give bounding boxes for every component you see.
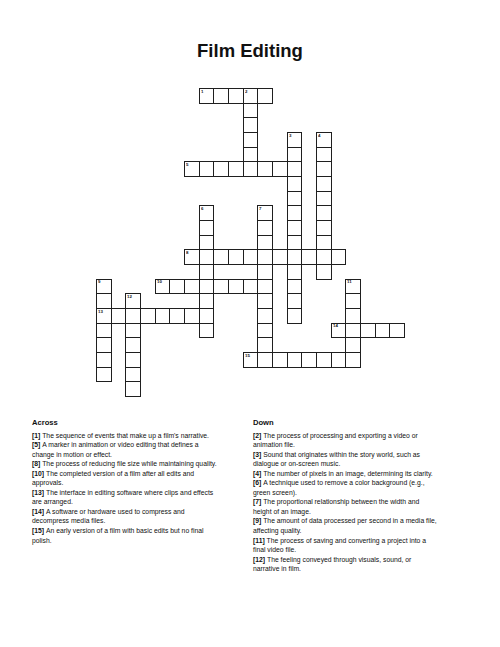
cell-r13c17[interactable]: 11: [345, 279, 361, 295]
cell-r11c16[interactable]: [331, 249, 347, 265]
across-header: Across: [32, 419, 253, 427]
cell-r13c5[interactable]: [169, 279, 185, 295]
clue-number: [9]: [253, 517, 263, 524]
cell-r19c0[interactable]: [96, 367, 112, 383]
cell-r13c9[interactable]: [228, 279, 244, 295]
cell-r0c10[interactable]: 2: [243, 88, 259, 104]
cell-r15c6[interactable]: [184, 308, 200, 324]
cell-r14c2[interactable]: 12: [125, 293, 141, 309]
cell-number-2: 2: [245, 90, 247, 94]
clue-text: The feeling conveyed through visuals, so…: [253, 556, 411, 573]
clue-across-13: [13] The interface in editing software w…: [32, 488, 253, 507]
clue-number: [13]: [32, 489, 46, 496]
cell-r9c13[interactable]: [287, 220, 303, 236]
cell-r2c10[interactable]: [243, 117, 259, 133]
clue-number: [14]: [32, 508, 46, 515]
cell-r18c16[interactable]: [331, 352, 347, 368]
cell-r14c0[interactable]: [96, 293, 112, 309]
cell-r13c7[interactable]: [199, 279, 215, 295]
cell-r17c0[interactable]: [96, 337, 112, 353]
clue-text: An early version of a film with basic ed…: [32, 527, 204, 544]
cell-r13c6[interactable]: [184, 279, 200, 295]
cell-r18c15[interactable]: [316, 352, 332, 368]
clue-across-14: [14] A software or hardware used to comp…: [32, 507, 253, 526]
cell-r18c10[interactable]: 15: [243, 352, 259, 368]
cell-r5c12[interactable]: [272, 161, 288, 177]
cell-number-9: 9: [98, 280, 100, 284]
cell-r16c11[interactable]: [257, 323, 273, 339]
cell-r8c11[interactable]: 7: [257, 205, 273, 221]
down-clue-list: [2] The process of processing and export…: [253, 431, 474, 574]
clue-number: [3]: [253, 451, 263, 458]
down-clues-column: Down [2] The process of processing and e…: [253, 419, 474, 574]
cell-r9c11[interactable]: [257, 220, 273, 236]
clue-text: A marker in animation or video editing t…: [32, 441, 199, 458]
cell-r13c11[interactable]: [257, 279, 273, 295]
clue-text: The proportional relationship between th…: [253, 498, 419, 515]
cell-r18c14[interactable]: [301, 352, 317, 368]
cell-r11c15[interactable]: [316, 249, 332, 265]
cell-r15c0[interactable]: 13: [96, 308, 112, 324]
cell-r11c7[interactable]: [199, 249, 215, 265]
clue-across-8: [8] The process of reducing file size wh…: [32, 459, 253, 469]
clue-across-15: [15] An early version of a film with bas…: [32, 526, 253, 545]
cell-r8c13[interactable]: [287, 205, 303, 221]
cell-number-14: 14: [333, 324, 338, 328]
cell-r4c13[interactable]: [287, 147, 303, 163]
cell-r12c7[interactable]: [199, 264, 215, 280]
clue-down-12: [12] The feeling conveyed through visual…: [253, 555, 474, 574]
cell-r10c11[interactable]: [257, 235, 273, 251]
cell-number-6: 6: [201, 207, 203, 211]
cell-r1c10[interactable]: [243, 103, 259, 119]
cell-r16c2[interactable]: [125, 323, 141, 339]
cell-r11c9[interactable]: [228, 249, 244, 265]
clue-down-11: [11] The process of saving and convertin…: [253, 536, 474, 555]
cell-r16c0[interactable]: [96, 323, 112, 339]
clue-text: The sequence of events that make up a fi…: [42, 432, 209, 439]
clue-number: [5]: [32, 441, 42, 448]
cell-r5c6[interactable]: 5: [184, 161, 200, 177]
cell-r6c13[interactable]: [287, 176, 303, 192]
puzzle-title: Film Editing: [0, 41, 500, 61]
clue-text: The process of reducing file size while …: [42, 460, 216, 467]
cell-r10c13[interactable]: [287, 235, 303, 251]
cell-r11c12[interactable]: [272, 249, 288, 265]
cell-r0c8[interactable]: [213, 88, 229, 104]
cell-r19c2[interactable]: [125, 367, 141, 383]
cell-r0c11[interactable]: [257, 88, 273, 104]
cell-r11c6[interactable]: 8: [184, 249, 200, 265]
cell-r15c1[interactable]: [111, 308, 127, 324]
clue-text: The amount of data processed per second …: [253, 517, 437, 534]
cell-r15c11[interactable]: [257, 308, 273, 324]
cell-r0c9[interactable]: [228, 88, 244, 104]
cell-r3c15[interactable]: 4: [316, 132, 332, 148]
cell-r4c10[interactable]: [243, 147, 259, 163]
cell-r12c11[interactable]: [257, 264, 273, 280]
cell-r5c11[interactable]: [257, 161, 273, 177]
cell-r7c15[interactable]: [316, 191, 332, 207]
crossword-grid: 123456789131011121415: [96, 88, 406, 398]
cell-r5c10[interactable]: [243, 161, 259, 177]
cell-r8c7[interactable]: 6: [199, 205, 215, 221]
cell-r16c16[interactable]: 14: [331, 323, 347, 339]
cell-r18c12[interactable]: [272, 352, 288, 368]
cell-r8c15[interactable]: [316, 205, 332, 221]
cell-r15c7[interactable]: [199, 308, 215, 324]
across-clues-column: Across [1] The sequence of events that m…: [32, 419, 253, 545]
cell-r15c2[interactable]: [125, 308, 141, 324]
clue-across-10: [10] The completed version of a film aft…: [32, 469, 253, 488]
cell-r17c2[interactable]: [125, 337, 141, 353]
cell-r18c17[interactable]: [345, 352, 361, 368]
clue-text: A software or hardware used to compress …: [32, 508, 185, 525]
cell-r15c17[interactable]: [345, 308, 361, 324]
cell-r17c11[interactable]: [257, 337, 273, 353]
clue-text: Sound that originates within the story w…: [253, 451, 420, 468]
cell-r15c3[interactable]: [140, 308, 156, 324]
cell-r11c8[interactable]: [213, 249, 229, 265]
clue-text: The process of processing and exporting …: [253, 432, 418, 449]
cell-r11c13[interactable]: [287, 249, 303, 265]
cell-r15c13[interactable]: [287, 308, 303, 324]
cell-r6c15[interactable]: [316, 176, 332, 192]
clue-text: The process of saving and converting a p…: [253, 537, 426, 554]
cell-number-10: 10: [157, 280, 162, 284]
cell-r10c15[interactable]: [316, 235, 332, 251]
clue-down-6: [6] A technique used to remove a color b…: [253, 478, 474, 497]
cell-r5c7[interactable]: [199, 161, 215, 177]
clue-number: [8]: [32, 460, 42, 467]
cell-r18c11[interactable]: [257, 352, 273, 368]
cell-r9c7[interactable]: [199, 220, 215, 236]
cell-r14c7[interactable]: [199, 293, 215, 309]
clue-down-3: [3] Sound that originates within the sto…: [253, 450, 474, 469]
cell-r13c4[interactable]: 10: [155, 279, 171, 295]
clue-number: [10]: [32, 470, 46, 477]
clue-down-4: [4] The number of pixels in an image, de…: [253, 469, 474, 479]
cell-number-13: 13: [98, 310, 103, 314]
clue-across-1: [1] The sequence of events that make up …: [32, 431, 253, 441]
cell-r13c0[interactable]: 9: [96, 279, 112, 295]
clue-down-7: [7] The proportional relationship betwee…: [253, 497, 474, 516]
clue-text: The interface in editing software where …: [32, 489, 213, 506]
across-clue-list: [1] The sequence of events that make up …: [32, 431, 253, 546]
crossword-page: Film Editing 123456789131011121415 Acros…: [0, 0, 500, 647]
clue-down-9: [9] The amount of data processed per sec…: [253, 516, 474, 535]
clue-text: The completed version of a film after al…: [32, 470, 194, 487]
cell-r18c13[interactable]: [287, 352, 303, 368]
cell-r15c4[interactable]: [155, 308, 171, 324]
cell-r16c18[interactable]: [360, 323, 376, 339]
clue-number: [6]: [253, 479, 263, 486]
cell-r5c8[interactable]: [213, 161, 229, 177]
cell-r14c11[interactable]: [257, 293, 273, 309]
cell-r13c10[interactable]: [243, 279, 259, 295]
cell-number-12: 12: [127, 295, 132, 299]
cell-r12c15[interactable]: [316, 264, 332, 280]
cell-r16c20[interactable]: [389, 323, 405, 339]
cell-number-4: 4: [318, 134, 320, 138]
cell-r0c7[interactable]: 1: [199, 88, 215, 104]
cell-number-15: 15: [245, 354, 250, 358]
cell-r13c8[interactable]: [213, 279, 229, 295]
cell-r17c17[interactable]: [345, 337, 361, 353]
cell-number-8: 8: [186, 251, 188, 255]
cell-r5c13[interactable]: [287, 161, 303, 177]
clue-text: A technique used to remove a color backg…: [253, 479, 425, 496]
cell-r11c10[interactable]: [243, 249, 259, 265]
cell-r3c10[interactable]: [243, 132, 259, 148]
down-header: Down: [253, 419, 474, 427]
cell-r16c7[interactable]: [199, 323, 215, 339]
clue-number: [11]: [253, 537, 267, 544]
cell-r11c11[interactable]: [257, 249, 273, 265]
clue-text: The number of pixels in an image, determ…: [263, 470, 433, 477]
cell-r11c14[interactable]: [301, 249, 317, 265]
cell-r15c5[interactable]: [169, 308, 185, 324]
clue-number: [2]: [253, 432, 263, 439]
cell-r14c13[interactable]: [287, 293, 303, 309]
cell-r14c17[interactable]: [345, 293, 361, 309]
clue-number: [1]: [32, 432, 42, 439]
clue-number: [15]: [32, 527, 46, 534]
cell-r4c15[interactable]: [316, 147, 332, 163]
clue-number: [12]: [253, 556, 267, 563]
cell-r9c15[interactable]: [316, 220, 332, 236]
cell-number-1: 1: [201, 90, 203, 94]
cell-r7c13[interactable]: [287, 191, 303, 207]
cell-r18c0[interactable]: [96, 352, 112, 368]
clue-across-5: [5] A marker in animation or video editi…: [32, 440, 253, 459]
cell-r3c13[interactable]: 3: [287, 132, 303, 148]
cell-r10c7[interactable]: [199, 235, 215, 251]
clue-number: [4]: [253, 470, 263, 477]
cell-number-5: 5: [186, 163, 188, 167]
cell-r16c17[interactable]: [345, 323, 361, 339]
cell-number-7: 7: [259, 207, 261, 211]
cell-r5c9[interactable]: [228, 161, 244, 177]
clue-down-2: [2] The process of processing and export…: [253, 431, 474, 450]
cell-number-3: 3: [289, 134, 291, 138]
cell-number-11: 11: [347, 280, 352, 284]
cell-r18c2[interactable]: [125, 352, 141, 368]
cell-r16c19[interactable]: [375, 323, 391, 339]
cell-r13c13[interactable]: [287, 279, 303, 295]
cell-r5c15[interactable]: [316, 161, 332, 177]
clue-number: [7]: [253, 498, 263, 505]
cell-r12c13[interactable]: [287, 264, 303, 280]
cell-r20c2[interactable]: [125, 381, 141, 397]
